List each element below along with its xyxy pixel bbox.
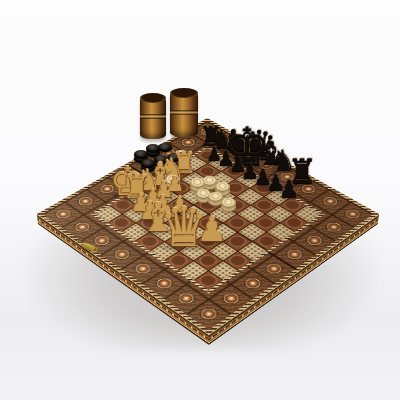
white-queen: ♛ [156, 206, 213, 248]
dark-checker [158, 143, 172, 152]
scene: ♜♞♝♟♛♟♝♟♚♞♟♜♟♞♜♟♝♞♟♟♚♟♟♜♟♟♟♟♟♝♟♛ [0, 0, 400, 400]
dice-cup [170, 90, 198, 137]
photo-canvas: ♜♞♝♟♛♟♝♟♚♞♟♜♟♞♜♟♝♞♟♟♚♟♟♜♟♟♟♟♟♝♟♛ [0, 0, 400, 400]
light-checker [190, 178, 205, 188]
light-checker [221, 198, 236, 208]
light-checker [215, 182, 230, 192]
black-pawn: ♟ [277, 180, 301, 198]
dark-checker [146, 144, 160, 153]
dice-cup [140, 95, 166, 139]
light-checker [208, 192, 223, 202]
pieces-overlay: ♜♞♝♟♛♟♝♟♚♞♟♜♟♞♜♟♝♞♟♟♚♟♟♜♟♟♟♟♟♝♟♛ [0, 0, 400, 400]
brass-clasp [81, 242, 95, 252]
